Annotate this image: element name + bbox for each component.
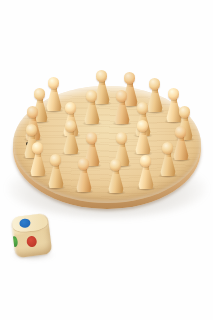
peg-outer-10[interactable] xyxy=(76,158,92,192)
peg-inner-1[interactable] xyxy=(114,90,130,124)
peg-head xyxy=(162,142,174,154)
peg-outer-16[interactable] xyxy=(46,77,62,111)
peg-head xyxy=(140,155,152,167)
peg-head xyxy=(116,132,128,144)
peg-body xyxy=(76,171,92,192)
peg-inner-5[interactable] xyxy=(135,120,151,154)
peg-head xyxy=(149,78,161,90)
peg-head xyxy=(50,154,62,166)
peg-outer-7[interactable] xyxy=(160,142,176,176)
peg-body xyxy=(108,172,124,193)
peg-head xyxy=(78,158,90,170)
peg-head xyxy=(86,90,98,102)
peg-head xyxy=(32,142,44,154)
color-die[interactable] xyxy=(11,213,53,258)
die-blue-dot xyxy=(19,218,31,228)
peg-inner-6[interactable] xyxy=(63,120,79,154)
peg-head xyxy=(96,70,108,82)
peg-body xyxy=(63,133,79,154)
peg-head xyxy=(65,102,77,114)
peg-head xyxy=(116,90,128,102)
peg-body xyxy=(46,90,62,111)
peg-outer-11[interactable] xyxy=(48,154,64,188)
peg-head xyxy=(124,72,136,84)
peg-head xyxy=(86,132,98,144)
peg-outer-9[interactable] xyxy=(108,159,124,193)
peg-head xyxy=(175,126,187,138)
peg-body xyxy=(135,133,151,154)
peg-head xyxy=(48,77,60,89)
peg-head xyxy=(110,159,122,171)
peg-body xyxy=(30,155,46,176)
pegs-layer xyxy=(0,0,213,320)
peg-inner-2[interactable] xyxy=(84,90,100,124)
peg-outer-8[interactable] xyxy=(138,155,154,189)
peg-head xyxy=(27,106,39,118)
peg-head xyxy=(26,124,38,136)
scene xyxy=(0,0,213,320)
peg-head xyxy=(34,88,46,100)
peg-head xyxy=(137,102,149,114)
peg-body xyxy=(160,155,176,176)
peg-body xyxy=(84,103,100,124)
peg-body xyxy=(48,167,64,188)
peg-head xyxy=(65,120,77,132)
peg-body xyxy=(138,168,154,189)
peg-body xyxy=(114,103,130,124)
peg-head xyxy=(168,88,180,100)
die-red-dot xyxy=(26,236,37,248)
peg-head xyxy=(137,120,149,132)
peg-head xyxy=(179,106,191,118)
peg-outer-12[interactable] xyxy=(30,142,46,176)
